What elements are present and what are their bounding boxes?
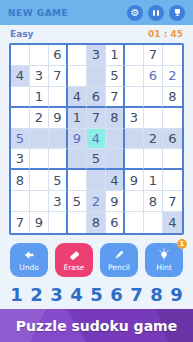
cell-r6c9[interactable] — [163, 149, 182, 170]
cell-r6c3[interactable] — [49, 149, 68, 170]
cell-r4c8[interactable] — [144, 108, 163, 129]
cell-r9c3[interactable] — [49, 212, 68, 233]
timer: 01 : 45 — [148, 29, 183, 39]
numpad-2[interactable]: 2 — [28, 284, 45, 305]
cell-r5c5[interactable]: 4 — [87, 129, 106, 150]
cell-r1c3[interactable]: 6 — [49, 45, 68, 66]
hint-button[interactable]: 1 Hint — [145, 243, 183, 277]
cell-r9c5[interactable]: 8 — [87, 212, 106, 233]
cell-r9c7[interactable] — [125, 212, 144, 233]
settings-button[interactable]: ⚙ — [127, 5, 143, 21]
cell-r7c8[interactable]: 1 — [144, 170, 163, 191]
cell-r4c7[interactable]: 3 — [125, 108, 144, 129]
numpad-8[interactable]: 8 — [148, 284, 165, 305]
lightbulb-icon — [157, 249, 171, 262]
cell-r6c4[interactable] — [68, 149, 87, 170]
cell-r8c8[interactable]: 8 — [144, 191, 163, 212]
numpad-9[interactable]: 9 — [168, 284, 185, 305]
pencil-icon — [113, 249, 125, 262]
cell-r4c3[interactable]: 9 — [49, 108, 68, 129]
cell-r7c5[interactable] — [87, 170, 106, 191]
cell-r2c3[interactable]: 7 — [49, 66, 68, 87]
cell-r6c2[interactable] — [30, 149, 49, 170]
cell-r2c8[interactable]: 6 — [144, 66, 163, 87]
cell-r8c1[interactable] — [11, 191, 30, 212]
cell-r1c6[interactable]: 1 — [106, 45, 125, 66]
numpad-5[interactable]: 5 — [88, 284, 105, 305]
toolbar: Undo Erase Pencil — [0, 235, 193, 280]
cell-r4c1[interactable] — [11, 108, 30, 129]
hint-badge: 1 — [177, 239, 187, 249]
cell-r9c9[interactable]: 4 — [163, 212, 182, 233]
cell-r5c6[interactable] — [106, 129, 125, 150]
cell-r3c8[interactable] — [144, 87, 163, 108]
new-game-button[interactable]: NEW GAME — [8, 8, 68, 18]
cell-r7c7[interactable]: 9 — [125, 170, 144, 191]
cell-r3c5[interactable]: 6 — [87, 87, 106, 108]
cell-r5c9[interactable]: 6 — [163, 129, 182, 150]
erase-label: Erase — [64, 263, 85, 272]
cell-r1c8[interactable]: 7 — [144, 45, 163, 66]
sudoku-board: 6317437562146782917835942635854913529877… — [9, 43, 184, 235]
cell-r4c5[interactable]: 7 — [87, 108, 106, 129]
numpad-3[interactable]: 3 — [48, 284, 65, 305]
cell-r4c9[interactable] — [163, 108, 182, 129]
cell-r2c9[interactable]: 2 — [163, 66, 182, 87]
cell-r8c7[interactable] — [125, 191, 144, 212]
cell-r8c6[interactable]: 9 — [106, 191, 125, 212]
gear-icon: ⚙ — [131, 8, 140, 18]
cell-r2c5[interactable] — [87, 66, 106, 87]
cell-r2c4[interactable] — [68, 66, 87, 87]
cell-r8c5[interactable]: 2 — [87, 191, 106, 212]
cell-r7c2[interactable] — [30, 170, 49, 191]
status-bar: Easy 01 : 45 — [0, 25, 193, 42]
top-bar: NEW GAME ⚙ — [0, 0, 193, 25]
cell-r9c4[interactable] — [68, 212, 87, 233]
cell-r2c7[interactable] — [125, 66, 144, 87]
trophy-icon — [173, 8, 182, 17]
cell-r4c6[interactable]: 8 — [106, 108, 125, 129]
cell-r6c7[interactable] — [125, 149, 144, 170]
banner-text: Puzzle sudoku game — [16, 318, 177, 334]
undo-label: Undo — [19, 263, 39, 272]
cell-r1c7[interactable] — [125, 45, 144, 66]
pencil-label: Pencil — [108, 263, 130, 272]
numpad-7[interactable]: 7 — [128, 284, 145, 305]
cell-r3c2[interactable]: 1 — [30, 87, 49, 108]
erase-button[interactable]: Erase — [55, 243, 93, 277]
cell-r9c2[interactable]: 9 — [30, 212, 49, 233]
undo-button[interactable]: Undo — [10, 243, 48, 277]
cell-r1c4[interactable] — [68, 45, 87, 66]
cell-r6c5[interactable]: 5 — [87, 149, 106, 170]
cell-r8c3[interactable]: 3 — [49, 191, 68, 212]
cell-r7c6[interactable]: 4 — [106, 170, 125, 191]
cell-r1c9[interactable] — [163, 45, 182, 66]
cell-r5c8[interactable]: 2 — [144, 129, 163, 150]
numpad-1[interactable]: 1 — [8, 284, 25, 305]
numpad-6[interactable]: 6 — [108, 284, 125, 305]
cell-r5c2[interactable] — [30, 129, 49, 150]
pencil-button[interactable]: Pencil — [100, 243, 138, 277]
cell-r6c1[interactable]: 3 — [11, 149, 30, 170]
cell-r5c7[interactable] — [125, 129, 144, 150]
numpad-4[interactable]: 4 — [68, 284, 85, 305]
cell-r7c9[interactable] — [163, 170, 182, 191]
cell-r3c3[interactable] — [49, 87, 68, 108]
cell-r1c2[interactable] — [30, 45, 49, 66]
cell-r3c1[interactable] — [11, 87, 30, 108]
cell-r2c6[interactable]: 5 — [106, 66, 125, 87]
cell-r3c4[interactable]: 4 — [68, 87, 87, 108]
hint-label: Hint — [156, 263, 171, 272]
undo-arrow-icon — [23, 249, 35, 262]
cell-r7c4[interactable] — [68, 170, 87, 191]
cell-r5c4[interactable]: 9 — [68, 129, 87, 150]
difficulty-label: Easy — [10, 29, 33, 39]
cell-r9c8[interactable] — [144, 212, 163, 233]
cell-r8c4[interactable]: 5 — [68, 191, 87, 212]
cell-r8c2[interactable] — [30, 191, 49, 212]
cell-r3c7[interactable] — [125, 87, 144, 108]
cell-r1c5[interactable]: 3 — [87, 45, 106, 66]
cell-r2c2[interactable]: 3 — [30, 66, 49, 87]
cell-r6c6[interactable] — [106, 149, 125, 170]
cell-r2c1[interactable]: 4 — [11, 66, 30, 87]
cell-r6c8[interactable] — [144, 149, 163, 170]
top-bar-icons: ⚙ — [127, 5, 185, 21]
trophy-button[interactable] — [169, 5, 185, 21]
cell-r4c2[interactable]: 2 — [30, 108, 49, 129]
cell-r7c1[interactable]: 8 — [11, 170, 30, 191]
game-banner: Puzzle sudoku game — [0, 309, 193, 342]
cell-r5c1[interactable]: 5 — [11, 129, 30, 150]
cell-r5c3[interactable] — [49, 129, 68, 150]
cell-r1c1[interactable] — [11, 45, 30, 66]
cell-r9c6[interactable]: 6 — [106, 212, 125, 233]
cell-r7c3[interactable]: 5 — [49, 170, 68, 191]
cell-r4c4[interactable]: 1 — [68, 108, 87, 129]
pause-icon — [153, 10, 158, 16]
board-area: 6317437562146782917835942635854913529877… — [0, 42, 193, 235]
cell-r3c6[interactable]: 7 — [106, 87, 125, 108]
cell-r8c9[interactable]: 7 — [163, 191, 182, 212]
number-pad: 123456789 — [0, 280, 193, 309]
sudoku-app: NEW GAME ⚙ Easy 01 : 45 6317437562146782… — [0, 0, 193, 342]
cell-r9c1[interactable]: 7 — [11, 212, 30, 233]
eraser-icon — [68, 249, 81, 262]
cell-r3c9[interactable]: 8 — [163, 87, 182, 108]
pause-button[interactable] — [148, 5, 164, 21]
